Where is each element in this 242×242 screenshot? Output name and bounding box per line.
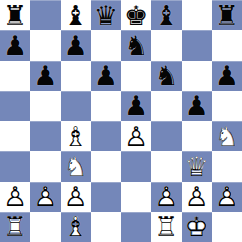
black-pawn-glyph: ♟ <box>61 30 91 60</box>
square-d5[interactable] <box>91 91 121 121</box>
square-a1[interactable]: ♜♖ <box>0 212 30 242</box>
square-d8[interactable]: ♛ <box>91 0 121 30</box>
square-c5[interactable] <box>61 91 91 121</box>
square-h5[interactable] <box>212 91 242 121</box>
square-f7[interactable] <box>151 30 181 60</box>
black-knight: ♞ <box>151 61 181 91</box>
square-c7[interactable]: ♟ <box>61 30 91 60</box>
black-pawn-glyph: ♟ <box>182 91 212 121</box>
black-pawn: ♟ <box>212 61 242 91</box>
square-e2[interactable] <box>121 182 151 212</box>
white-knight: ♞♘ <box>61 151 91 181</box>
square-h4[interactable]: ♞♘ <box>212 121 242 151</box>
square-e6[interactable] <box>121 61 151 91</box>
white-pawn-outline-glyph: ♙ <box>121 121 151 151</box>
square-h8[interactable]: ♜ <box>212 0 242 30</box>
black-bishop-glyph: ♝ <box>61 0 91 30</box>
square-c4[interactable]: ♝♗ <box>61 121 91 151</box>
square-g5[interactable]: ♟ <box>182 91 212 121</box>
white-rook-outline-glyph: ♖ <box>0 212 30 242</box>
black-pawn-glyph: ♟ <box>121 91 151 121</box>
square-f3[interactable] <box>151 151 181 181</box>
square-d4[interactable] <box>91 121 121 151</box>
black-rook: ♜ <box>0 0 30 30</box>
square-c6[interactable] <box>61 61 91 91</box>
square-b7[interactable] <box>30 30 60 60</box>
square-a7[interactable]: ♟ <box>0 30 30 60</box>
square-g2[interactable]: ♟♙ <box>182 182 212 212</box>
black-knight: ♞ <box>121 30 151 60</box>
square-a6[interactable] <box>0 61 30 91</box>
square-b3[interactable] <box>30 151 60 181</box>
square-d3[interactable] <box>91 151 121 181</box>
white-bishop-outline-glyph: ♗ <box>61 121 91 151</box>
square-d1[interactable] <box>91 212 121 242</box>
square-h1[interactable] <box>212 212 242 242</box>
black-rook-glyph: ♜ <box>0 0 30 30</box>
square-b6[interactable]: ♟ <box>30 61 60 91</box>
square-d6[interactable]: ♟ <box>91 61 121 91</box>
square-c3[interactable]: ♞♘ <box>61 151 91 181</box>
white-queen-outline-glyph: ♕ <box>182 151 212 181</box>
square-b5[interactable] <box>30 91 60 121</box>
square-d7[interactable] <box>91 30 121 60</box>
square-h3[interactable] <box>212 151 242 181</box>
black-pawn: ♟ <box>30 61 60 91</box>
white-rook: ♜♖ <box>151 212 181 242</box>
white-pawn-outline-glyph: ♙ <box>182 182 212 212</box>
black-king: ♚ <box>121 0 151 30</box>
square-e8[interactable]: ♚ <box>121 0 151 30</box>
square-c8[interactable]: ♝ <box>61 0 91 30</box>
square-a8[interactable]: ♜ <box>0 0 30 30</box>
square-e5[interactable]: ♟ <box>121 91 151 121</box>
black-bishop: ♝ <box>61 0 91 30</box>
chess-board: ♜♝♛♚♝♜♟♟♞♟♟♞♟♟♟♝♗♟♙♞♘♞♘♛♕♟♙♟♙♟♙♟♙♟♙♟♙♜♖♝… <box>0 0 242 242</box>
square-f1[interactable]: ♜♖ <box>151 212 181 242</box>
black-king-glyph: ♚ <box>121 0 151 30</box>
white-rook-outline-glyph: ♖ <box>151 212 181 242</box>
square-b1[interactable] <box>30 212 60 242</box>
black-pawn-glyph: ♟ <box>30 61 60 91</box>
white-knight: ♞♘ <box>212 121 242 151</box>
white-pawn: ♟♙ <box>61 182 91 212</box>
square-b2[interactable]: ♟♙ <box>30 182 60 212</box>
white-pawn-outline-glyph: ♙ <box>61 182 91 212</box>
white-knight-outline-glyph: ♘ <box>61 151 91 181</box>
white-pawn-outline-glyph: ♙ <box>212 182 242 212</box>
square-h2[interactable]: ♟♙ <box>212 182 242 212</box>
square-c1[interactable]: ♝♗ <box>61 212 91 242</box>
square-a3[interactable] <box>0 151 30 181</box>
black-pawn: ♟ <box>91 61 121 91</box>
square-e7[interactable]: ♞ <box>121 30 151 60</box>
white-rook: ♜♖ <box>0 212 30 242</box>
black-pawn-glyph: ♟ <box>0 30 30 60</box>
black-queen: ♛ <box>91 0 121 30</box>
white-pawn: ♟♙ <box>212 182 242 212</box>
square-d2[interactable] <box>91 182 121 212</box>
square-a4[interactable] <box>0 121 30 151</box>
square-e1[interactable] <box>121 212 151 242</box>
white-bishop: ♝♗ <box>61 121 91 151</box>
square-f8[interactable]: ♝ <box>151 0 181 30</box>
black-rook: ♜ <box>212 0 242 30</box>
black-pawn-glyph: ♟ <box>91 61 121 91</box>
square-f2[interactable]: ♟♙ <box>151 182 181 212</box>
white-pawn: ♟♙ <box>30 182 60 212</box>
black-pawn: ♟ <box>61 30 91 60</box>
black-rook-glyph: ♜ <box>212 0 242 30</box>
black-knight-glyph: ♞ <box>121 30 151 60</box>
black-pawn: ♟ <box>121 91 151 121</box>
black-bishop-glyph: ♝ <box>151 0 181 30</box>
white-pawn-outline-glyph: ♙ <box>30 182 60 212</box>
black-knight-glyph: ♞ <box>151 61 181 91</box>
square-b4[interactable] <box>30 121 60 151</box>
square-e4[interactable]: ♟♙ <box>121 121 151 151</box>
square-f6[interactable]: ♞ <box>151 61 181 91</box>
square-a2[interactable]: ♟♙ <box>0 182 30 212</box>
white-king: ♚♔ <box>182 212 212 242</box>
square-f5[interactable] <box>151 91 181 121</box>
black-queen-glyph: ♛ <box>91 0 121 30</box>
white-bishop: ♝♗ <box>61 212 91 242</box>
white-pawn: ♟♙ <box>0 182 30 212</box>
white-pawn-outline-glyph: ♙ <box>151 182 181 212</box>
square-e3[interactable] <box>121 151 151 181</box>
square-g4[interactable] <box>182 121 212 151</box>
square-b8[interactable] <box>30 0 60 30</box>
square-g3[interactable]: ♛♕ <box>182 151 212 181</box>
square-a5[interactable] <box>0 91 30 121</box>
square-h7[interactable] <box>212 30 242 60</box>
white-queen: ♛♕ <box>182 151 212 181</box>
black-pawn: ♟ <box>0 30 30 60</box>
square-c2[interactable]: ♟♙ <box>61 182 91 212</box>
square-g8[interactable] <box>182 0 212 30</box>
white-pawn-outline-glyph: ♙ <box>0 182 30 212</box>
white-knight-outline-glyph: ♘ <box>212 121 242 151</box>
square-g6[interactable] <box>182 61 212 91</box>
square-g7[interactable] <box>182 30 212 60</box>
white-bishop-outline-glyph: ♗ <box>61 212 91 242</box>
white-king-outline-glyph: ♔ <box>182 212 212 242</box>
white-pawn: ♟♙ <box>151 182 181 212</box>
black-pawn: ♟ <box>182 91 212 121</box>
square-g1[interactable]: ♚♔ <box>182 212 212 242</box>
square-h6[interactable]: ♟ <box>212 61 242 91</box>
white-pawn: ♟♙ <box>121 121 151 151</box>
square-f4[interactable] <box>151 121 181 151</box>
black-bishop: ♝ <box>151 0 181 30</box>
white-pawn: ♟♙ <box>182 182 212 212</box>
black-pawn-glyph: ♟ <box>212 61 242 91</box>
